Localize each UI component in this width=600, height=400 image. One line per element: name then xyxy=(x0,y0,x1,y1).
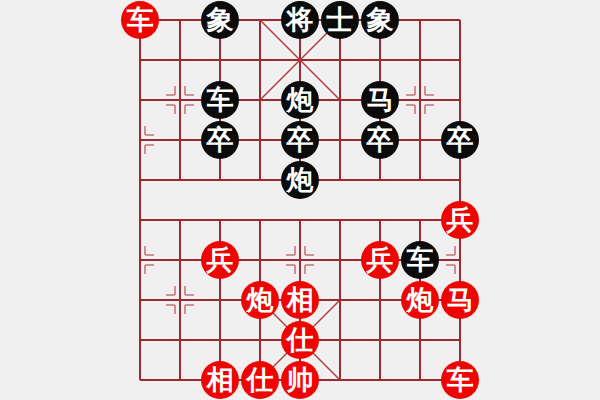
piece-black-advisor[interactable]: 士 xyxy=(321,1,359,39)
piece-black-elephant[interactable]: 象 xyxy=(361,1,399,39)
piece-layer: 车兵兵兵炮相炮马仕相仕帅车象将士象车炮马卒卒卒卒炮车 xyxy=(0,0,600,400)
piece-red-soldier[interactable]: 兵 xyxy=(201,241,239,279)
piece-red-soldier[interactable]: 兵 xyxy=(361,241,399,279)
piece-red-chariot[interactable]: 车 xyxy=(441,361,479,399)
piece-black-soldier[interactable]: 卒 xyxy=(281,121,319,159)
xiangqi-app-window: 车兵兵兵炮相炮马仕相仕帅车象将士象车炮马卒卒卒卒炮车 xyxy=(0,0,600,400)
piece-red-general[interactable]: 帅 xyxy=(281,361,319,399)
piece-red-cannon[interactable]: 炮 xyxy=(401,281,439,319)
piece-black-soldier[interactable]: 卒 xyxy=(361,121,399,159)
piece-black-general[interactable]: 将 xyxy=(281,1,319,39)
piece-red-soldier[interactable]: 兵 xyxy=(441,201,479,239)
piece-red-elephant[interactable]: 相 xyxy=(201,361,239,399)
piece-black-soldier[interactable]: 卒 xyxy=(441,121,479,159)
piece-red-advisor[interactable]: 仕 xyxy=(241,361,279,399)
piece-black-chariot[interactable]: 车 xyxy=(201,81,239,119)
piece-red-elephant[interactable]: 相 xyxy=(281,281,319,319)
piece-black-chariot[interactable]: 车 xyxy=(401,241,439,279)
piece-black-cannon[interactable]: 炮 xyxy=(281,81,319,119)
piece-red-cannon[interactable]: 炮 xyxy=(241,281,279,319)
piece-black-horse[interactable]: 马 xyxy=(361,81,399,119)
piece-red-horse[interactable]: 马 xyxy=(441,281,479,319)
piece-red-chariot[interactable]: 车 xyxy=(121,1,159,39)
piece-black-elephant[interactable]: 象 xyxy=(201,1,239,39)
piece-black-cannon[interactable]: 炮 xyxy=(281,161,319,199)
piece-black-soldier[interactable]: 卒 xyxy=(201,121,239,159)
piece-red-advisor[interactable]: 仕 xyxy=(281,321,319,359)
